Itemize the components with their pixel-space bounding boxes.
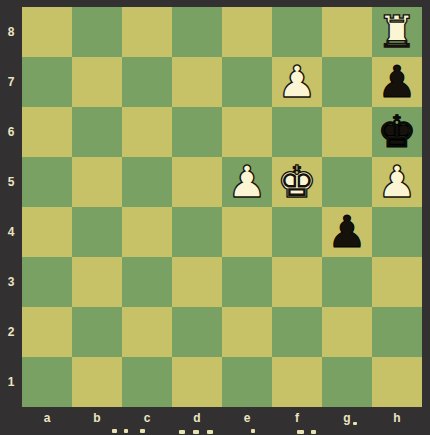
square-e2[interactable] [222,307,272,357]
square-h3[interactable] [372,257,422,307]
square-a6[interactable] [22,107,72,157]
square-d6[interactable] [172,107,222,157]
rank-labels: 87654321 [0,7,22,407]
square-h4[interactable] [372,207,422,257]
square-b6[interactable] [72,107,122,157]
rank-label-7: 7 [0,57,22,107]
square-f2[interactable] [272,307,322,357]
rank-label-2: 2 [0,307,22,357]
rank-label-3: 3 [0,257,22,307]
square-g1[interactable] [322,357,372,407]
square-f4[interactable] [272,207,322,257]
white-pawn-e5[interactable]: ♟ [222,157,272,207]
white-pawn-h5[interactable]: ♟ [372,157,422,207]
square-g3[interactable] [322,257,372,307]
square-h6[interactable]: ♚ [372,107,422,157]
square-e7[interactable] [222,57,272,107]
file-label-g: g [322,407,372,428]
clipped-text-fragment [179,430,185,434]
square-d4[interactable] [172,207,222,257]
white-pawn-f7[interactable]: ♟ [272,57,322,107]
square-g7[interactable] [322,57,372,107]
square-e1[interactable] [222,357,272,407]
square-d5[interactable] [172,157,222,207]
square-g5[interactable] [322,157,372,207]
clipped-text-fragment [124,429,128,433]
clipped-text-fragment [311,430,316,434]
square-f3[interactable] [272,257,322,307]
square-d8[interactable] [172,7,222,57]
square-b1[interactable] [72,357,122,407]
square-f1[interactable] [272,357,322,407]
square-c5[interactable] [122,157,172,207]
square-e3[interactable] [222,257,272,307]
square-h2[interactable] [372,307,422,357]
square-b5[interactable] [72,157,122,207]
square-b8[interactable] [72,7,122,57]
square-b4[interactable] [72,207,122,257]
chess-app-window: 87654321 ♜♟♟♚♟♚♟♟ abcdefgh [0,0,430,435]
square-b2[interactable] [72,307,122,357]
square-a5[interactable] [22,157,72,207]
chess-board[interactable]: ♜♟♟♚♟♚♟♟ [22,7,422,407]
square-c3[interactable] [122,257,172,307]
white-rook-h8[interactable]: ♜ [372,7,422,57]
rank-label-8: 8 [0,7,22,57]
square-h7[interactable]: ♟ [372,57,422,107]
square-d3[interactable] [172,257,222,307]
square-c6[interactable] [122,107,172,157]
square-a3[interactable] [22,257,72,307]
file-labels: abcdefgh [22,407,422,428]
square-f8[interactable] [272,7,322,57]
white-king-f5[interactable]: ♚ [272,157,322,207]
square-c8[interactable] [122,7,172,57]
clipped-text-fragment [207,430,213,434]
square-g2[interactable] [322,307,372,357]
square-c4[interactable] [122,207,172,257]
square-d1[interactable] [172,357,222,407]
square-a2[interactable] [22,307,72,357]
file-label-h: h [372,407,422,428]
black-pawn-h7[interactable]: ♟ [372,57,422,107]
square-c2[interactable] [122,307,172,357]
file-label-d: d [172,407,222,428]
square-d2[interactable] [172,307,222,357]
square-h5[interactable]: ♟ [372,157,422,207]
square-g8[interactable] [322,7,372,57]
square-a1[interactable] [22,357,72,407]
square-b3[interactable] [72,257,122,307]
square-c1[interactable] [122,357,172,407]
file-label-b: b [72,407,122,428]
square-e8[interactable] [222,7,272,57]
square-f7[interactable]: ♟ [272,57,322,107]
square-f6[interactable] [272,107,322,157]
square-b7[interactable] [72,57,122,107]
square-h8[interactable]: ♜ [372,7,422,57]
file-label-e: e [222,407,272,428]
square-e4[interactable] [222,207,272,257]
square-g6[interactable] [322,107,372,157]
clipped-text-fragment [112,429,117,433]
clipped-text-fragment [193,430,199,434]
square-e5[interactable]: ♟ [222,157,272,207]
clipped-text-fragment [251,429,255,433]
clipped-text-fragment [140,429,145,433]
square-a7[interactable] [22,57,72,107]
file-label-c: c [122,407,172,428]
square-a4[interactable] [22,207,72,257]
square-d7[interactable] [172,57,222,107]
square-f5[interactable]: ♚ [272,157,322,207]
square-e6[interactable] [222,107,272,157]
file-label-a: a [22,407,72,428]
rank-label-4: 4 [0,207,22,257]
black-king-h6[interactable]: ♚ [372,107,422,157]
file-label-f: f [272,407,322,428]
square-c7[interactable] [122,57,172,107]
square-g4[interactable]: ♟ [322,207,372,257]
rank-label-1: 1 [0,357,22,407]
rank-label-5: 5 [0,157,22,207]
black-pawn-g4[interactable]: ♟ [322,207,372,257]
square-h1[interactable] [372,357,422,407]
square-a8[interactable] [22,7,72,57]
clipped-text-fragment [297,430,304,434]
rank-label-6: 6 [0,107,22,157]
